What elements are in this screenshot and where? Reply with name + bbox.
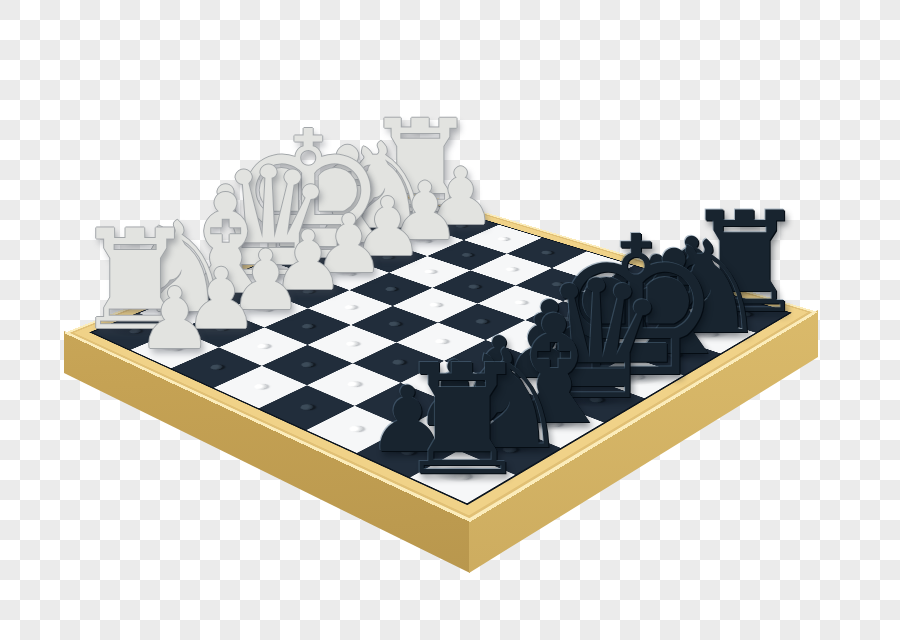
chess-set-image: ♜♞♝♛♚♝♞♜♟♟♟♟♟♟♟♟♟♟♟♟♟♟♟♟♜♞♝♛♚♝♞♜ bbox=[0, 0, 900, 640]
